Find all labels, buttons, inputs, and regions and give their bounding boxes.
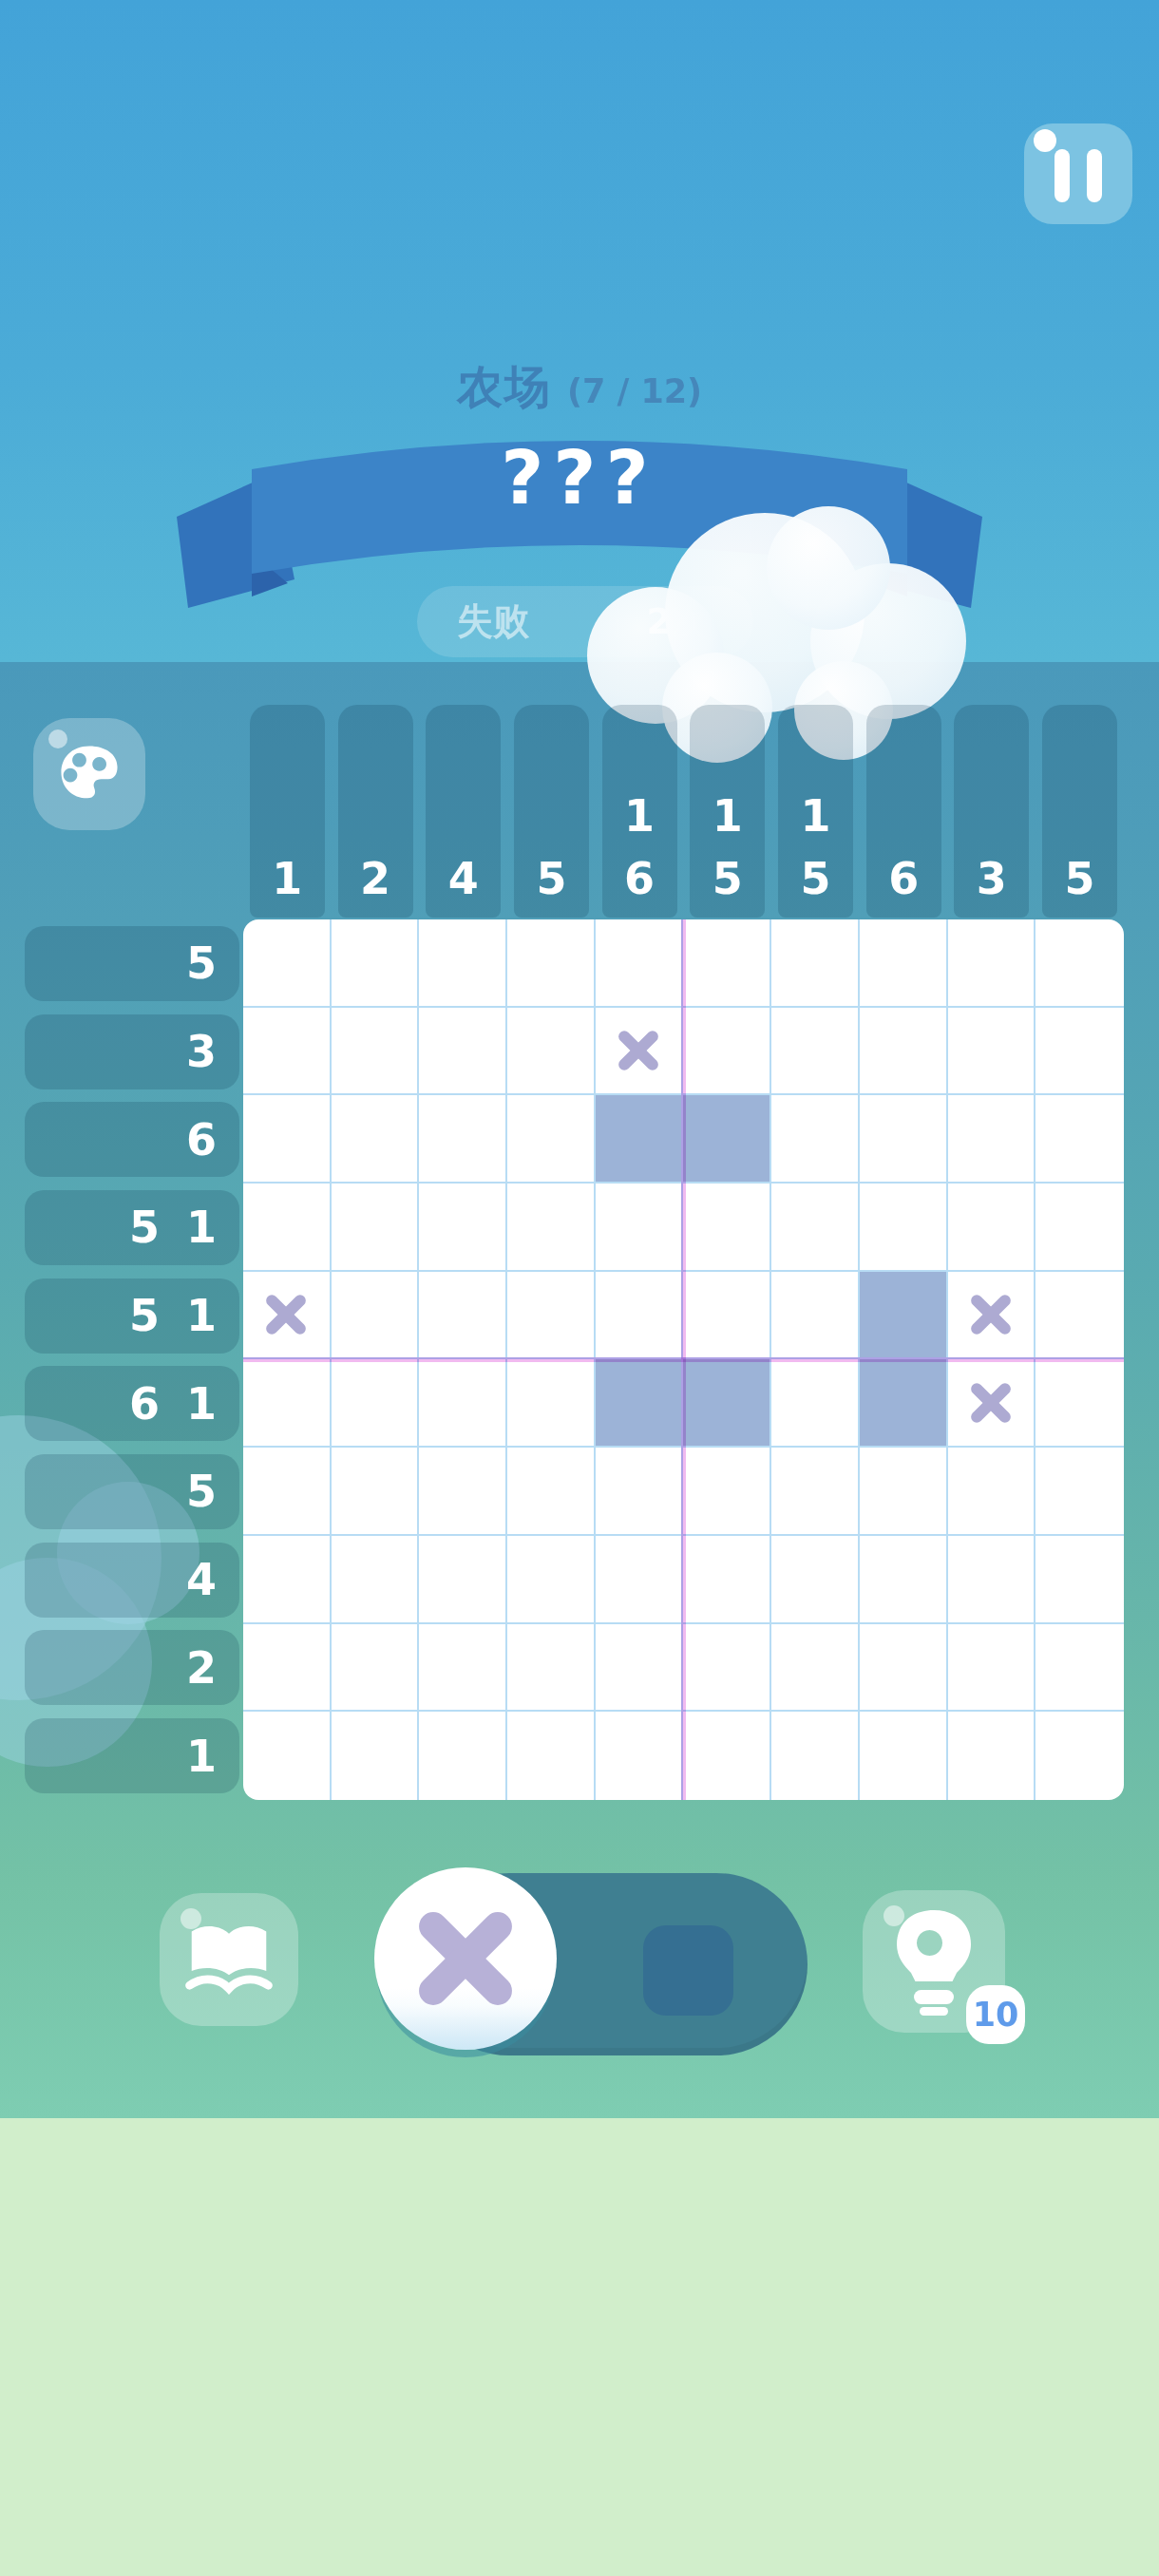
row-clues: 5365151615421 bbox=[25, 919, 239, 1800]
cell-r2c8[interactable] bbox=[860, 1008, 948, 1096]
cell-r10c7[interactable] bbox=[771, 1712, 860, 1800]
cell-r2c1[interactable] bbox=[243, 1008, 332, 1096]
cell-r6c10[interactable] bbox=[1035, 1359, 1124, 1448]
row-clue-box: 61 bbox=[25, 1359, 239, 1448]
row-clue-5: 51 bbox=[25, 1279, 239, 1354]
cell-r3c7[interactable] bbox=[771, 1095, 860, 1184]
row-clue-3: 6 bbox=[25, 1102, 239, 1177]
clue-number: 1 bbox=[624, 785, 655, 847]
banner-title: ??? bbox=[161, 426, 997, 530]
cell-r9c5[interactable] bbox=[596, 1624, 684, 1713]
cell-r1c6[interactable] bbox=[683, 919, 771, 1008]
clue-number: 6 bbox=[186, 1114, 217, 1165]
cell-r3c9[interactable] bbox=[948, 1095, 1036, 1184]
clue-number: 1 bbox=[800, 785, 830, 847]
clue-number: 5 bbox=[800, 847, 830, 910]
cell-r10c3[interactable] bbox=[419, 1712, 507, 1800]
cell-r1c7[interactable] bbox=[771, 919, 860, 1008]
fill-mode-button[interactable] bbox=[643, 1925, 733, 2016]
x-mark bbox=[965, 1377, 1016, 1429]
cell-r1c10[interactable] bbox=[1035, 919, 1124, 1008]
row-clue-10: 1 bbox=[25, 1718, 239, 1793]
col-clue-1: 1 bbox=[250, 705, 325, 918]
cell-r6c2[interactable] bbox=[332, 1359, 420, 1448]
puzzle-grid bbox=[243, 919, 1124, 1800]
footer-band bbox=[0, 2118, 1159, 2576]
clue-number: 6 bbox=[888, 847, 919, 910]
cell-r8c5[interactable] bbox=[596, 1536, 684, 1624]
cell-r9c3[interactable] bbox=[419, 1624, 507, 1713]
cell-r4c6[interactable] bbox=[683, 1184, 771, 1272]
cell-r3c5[interactable] bbox=[596, 1095, 684, 1184]
cell-r3c8[interactable] bbox=[860, 1095, 948, 1184]
cell-r9c9[interactable] bbox=[948, 1624, 1036, 1713]
cell-r4c4[interactable] bbox=[507, 1184, 596, 1272]
clue-number: 5 bbox=[186, 1466, 217, 1517]
pause-shine-dot bbox=[1034, 129, 1056, 152]
pause-button[interactable] bbox=[1024, 123, 1132, 224]
clue-number: 5 bbox=[129, 1202, 160, 1253]
cell-r1c9[interactable] bbox=[948, 919, 1036, 1008]
row-clue-6: 61 bbox=[25, 1366, 239, 1441]
cell-r7c6[interactable] bbox=[683, 1448, 771, 1536]
col-clue-5: 16 bbox=[602, 705, 677, 918]
clue-number: 5 bbox=[712, 847, 743, 910]
cell-r6c1[interactable] bbox=[243, 1359, 332, 1448]
level-name: 农场 bbox=[457, 360, 552, 413]
cell-r10c4[interactable] bbox=[507, 1712, 596, 1800]
clue-number: 4 bbox=[186, 1554, 217, 1605]
cell-r8c8[interactable] bbox=[860, 1536, 948, 1624]
cell-r6c8[interactable] bbox=[860, 1359, 948, 1448]
shine-dot bbox=[883, 1905, 904, 1926]
x-mark bbox=[613, 1025, 664, 1076]
level-title-row: 农场(7 / 12) bbox=[0, 357, 1159, 418]
cell-r10c10[interactable] bbox=[1035, 1712, 1124, 1800]
row-clue-9: 2 bbox=[25, 1630, 239, 1705]
hint-count: 10 bbox=[973, 1996, 1019, 2034]
cell-r6c4[interactable] bbox=[507, 1359, 596, 1448]
cell-r5c9[interactable] bbox=[948, 1272, 1036, 1360]
cell-r8c3[interactable] bbox=[419, 1536, 507, 1624]
cell-r1c8[interactable] bbox=[860, 919, 948, 1008]
cell-r3c1[interactable] bbox=[243, 1095, 332, 1184]
cell-r9c8[interactable] bbox=[860, 1624, 948, 1713]
cell-r5c4[interactable] bbox=[507, 1272, 596, 1360]
cell-r9c2[interactable] bbox=[332, 1624, 420, 1713]
row-clue-box: 4 bbox=[25, 1536, 239, 1624]
cell-r8c9[interactable] bbox=[948, 1536, 1036, 1624]
clue-number: 1 bbox=[186, 1290, 217, 1341]
cell-r8c4[interactable] bbox=[507, 1536, 596, 1624]
cell-r10c1[interactable] bbox=[243, 1712, 332, 1800]
col-clue-6: 15 bbox=[690, 705, 765, 918]
cell-r1c1[interactable] bbox=[243, 919, 332, 1008]
cell-r3c10[interactable] bbox=[1035, 1095, 1124, 1184]
col-clue-box: 3 bbox=[948, 705, 1036, 918]
row-clue-7: 5 bbox=[25, 1454, 239, 1529]
cell-r9c4[interactable] bbox=[507, 1624, 596, 1713]
col-clue-2: 2 bbox=[338, 705, 413, 918]
level-progress: (7 / 12) bbox=[567, 372, 702, 410]
col-clue-box: 15 bbox=[771, 705, 860, 918]
clue-number: 1 bbox=[186, 1731, 217, 1782]
cell-r6c9[interactable] bbox=[948, 1359, 1036, 1448]
row-clue-4: 51 bbox=[25, 1190, 239, 1265]
clue-number: 1 bbox=[186, 1202, 217, 1253]
clue-number: 2 bbox=[186, 1642, 217, 1694]
cell-r7c5[interactable] bbox=[596, 1448, 684, 1536]
game-screen: 农场(7 / 12) ??? 失败 2次 1245161515635 53651… bbox=[0, 0, 1159, 2576]
row-clue-box: 6 bbox=[25, 1095, 239, 1184]
cell-r5c2[interactable] bbox=[332, 1272, 420, 1360]
x-mark bbox=[965, 1289, 1016, 1340]
cell-r5c8[interactable] bbox=[860, 1272, 948, 1360]
book-icon bbox=[183, 1921, 275, 1998]
row-clue-2: 3 bbox=[25, 1014, 239, 1089]
pause-icon bbox=[1054, 149, 1070, 202]
col-clue-box: 5 bbox=[1035, 705, 1124, 918]
clue-number: 5 bbox=[1065, 847, 1095, 910]
row-clue-box: 51 bbox=[25, 1184, 239, 1272]
fail-label: 失败 bbox=[457, 597, 529, 646]
row-clue-box: 2 bbox=[25, 1624, 239, 1713]
cell-r4c1[interactable] bbox=[243, 1184, 332, 1272]
cell-r7c3[interactable] bbox=[419, 1448, 507, 1536]
row-clue-box: 1 bbox=[25, 1712, 239, 1800]
clue-number: 1 bbox=[186, 1378, 217, 1430]
cell-r7c7[interactable] bbox=[771, 1448, 860, 1536]
clue-number: 2 bbox=[360, 847, 390, 910]
row-clue-box: 5 bbox=[25, 1448, 239, 1536]
cell-r5c5[interactable] bbox=[596, 1272, 684, 1360]
cell-r10c9[interactable] bbox=[948, 1712, 1036, 1800]
cell-r2c10[interactable] bbox=[1035, 1008, 1124, 1096]
col-clue-box: 6 bbox=[860, 705, 948, 918]
clue-number: 6 bbox=[624, 847, 655, 910]
cell-r5c7[interactable] bbox=[771, 1272, 860, 1360]
clue-number: 5 bbox=[186, 938, 217, 989]
cell-r8c6[interactable] bbox=[683, 1536, 771, 1624]
shine-dot bbox=[48, 729, 67, 748]
x-mark bbox=[260, 1289, 312, 1340]
cell-r10c6[interactable] bbox=[683, 1712, 771, 1800]
cell-r8c1[interactable] bbox=[243, 1536, 332, 1624]
guide-line-horizontal bbox=[243, 1357, 1124, 1362]
col-clue-box: 15 bbox=[683, 705, 771, 918]
cell-r2c7[interactable] bbox=[771, 1008, 860, 1096]
cell-r3c2[interactable] bbox=[332, 1095, 420, 1184]
row-clue-box: 51 bbox=[25, 1272, 239, 1360]
cell-r8c7[interactable] bbox=[771, 1536, 860, 1624]
hint-count-badge: 10 bbox=[966, 1985, 1025, 2044]
cell-r4c7[interactable] bbox=[771, 1184, 860, 1272]
cell-r9c7[interactable] bbox=[771, 1624, 860, 1713]
clue-number: 3 bbox=[186, 1026, 217, 1077]
col-clue-8: 6 bbox=[866, 705, 941, 918]
cell-r6c3[interactable] bbox=[419, 1359, 507, 1448]
clue-number: 6 bbox=[129, 1378, 160, 1430]
palette-button[interactable] bbox=[33, 718, 145, 830]
row-clue-box: 3 bbox=[25, 1008, 239, 1096]
cell-r4c5[interactable] bbox=[596, 1184, 684, 1272]
cell-r2c6[interactable] bbox=[683, 1008, 771, 1096]
cell-r7c8[interactable] bbox=[860, 1448, 948, 1536]
x-mode-button[interactable] bbox=[374, 1867, 557, 2050]
clue-number: 5 bbox=[536, 847, 566, 910]
cell-r4c8[interactable] bbox=[860, 1184, 948, 1272]
cell-r7c2[interactable] bbox=[332, 1448, 420, 1536]
rules-book-button[interactable] bbox=[160, 1893, 298, 2026]
col-clue-box: 4 bbox=[419, 705, 507, 918]
col-clue-box: 2 bbox=[332, 705, 420, 918]
row-clue-8: 4 bbox=[25, 1543, 239, 1618]
clue-number: 1 bbox=[272, 847, 302, 910]
cell-r7c1[interactable] bbox=[243, 1448, 332, 1536]
cell-r7c10[interactable] bbox=[1035, 1448, 1124, 1536]
col-clue-10: 5 bbox=[1042, 705, 1117, 918]
cell-r5c6[interactable] bbox=[683, 1272, 771, 1360]
cell-r2c3[interactable] bbox=[419, 1008, 507, 1096]
cell-r4c2[interactable] bbox=[332, 1184, 420, 1272]
col-clue-3: 4 bbox=[426, 705, 501, 918]
cell-r2c5[interactable] bbox=[596, 1008, 684, 1096]
cell-r4c10[interactable] bbox=[1035, 1184, 1124, 1272]
cell-r4c9[interactable] bbox=[948, 1184, 1036, 1272]
col-clue-4: 5 bbox=[514, 705, 589, 918]
cell-r10c5[interactable] bbox=[596, 1712, 684, 1800]
cell-r8c2[interactable] bbox=[332, 1536, 420, 1624]
clue-number: 1 bbox=[712, 785, 743, 847]
clue-number: 5 bbox=[129, 1290, 160, 1341]
cell-r1c3[interactable] bbox=[419, 919, 507, 1008]
cell-r6c5[interactable] bbox=[596, 1359, 684, 1448]
lightbulb-icon bbox=[890, 1907, 978, 2016]
shine-dot bbox=[180, 1908, 201, 1929]
cell-r2c9[interactable] bbox=[948, 1008, 1036, 1096]
cell-r2c2[interactable] bbox=[332, 1008, 420, 1096]
x-mark-icon bbox=[406, 1899, 525, 2018]
cell-r2c4[interactable] bbox=[507, 1008, 596, 1096]
cell-r5c10[interactable] bbox=[1035, 1272, 1124, 1360]
clue-number: 4 bbox=[448, 847, 479, 910]
cell-r10c8[interactable] bbox=[860, 1712, 948, 1800]
cell-r7c4[interactable] bbox=[507, 1448, 596, 1536]
row-clue-1: 5 bbox=[25, 926, 239, 1001]
col-clue-7: 15 bbox=[778, 705, 853, 918]
cell-r3c6[interactable] bbox=[683, 1095, 771, 1184]
cell-r9c1[interactable] bbox=[243, 1624, 332, 1713]
cell-r1c2[interactable] bbox=[332, 919, 420, 1008]
column-clues: 1245161515635 bbox=[243, 705, 1124, 918]
cell-r3c3[interactable] bbox=[419, 1095, 507, 1184]
col-clue-box: 1 bbox=[243, 705, 332, 918]
cell-r4c3[interactable] bbox=[419, 1184, 507, 1272]
col-clue-9: 3 bbox=[954, 705, 1029, 918]
cell-r1c4[interactable] bbox=[507, 919, 596, 1008]
cell-r5c1[interactable] bbox=[243, 1272, 332, 1360]
cell-r1c5[interactable] bbox=[596, 919, 684, 1008]
cell-r8c10[interactable] bbox=[1035, 1536, 1124, 1624]
pause-icon bbox=[1087, 149, 1102, 202]
cell-r9c6[interactable] bbox=[683, 1624, 771, 1713]
cell-r10c2[interactable] bbox=[332, 1712, 420, 1800]
row-clue-box: 5 bbox=[25, 919, 239, 1008]
cell-r6c6[interactable] bbox=[683, 1359, 771, 1448]
cell-r6c7[interactable] bbox=[771, 1359, 860, 1448]
cell-r5c3[interactable] bbox=[419, 1272, 507, 1360]
clue-number: 3 bbox=[977, 847, 1007, 910]
col-clue-box: 16 bbox=[596, 705, 684, 918]
cell-r7c9[interactable] bbox=[948, 1448, 1036, 1536]
cell-r9c10[interactable] bbox=[1035, 1624, 1124, 1713]
cell-r3c4[interactable] bbox=[507, 1095, 596, 1184]
col-clue-box: 5 bbox=[507, 705, 596, 918]
palette-icon bbox=[53, 738, 125, 810]
